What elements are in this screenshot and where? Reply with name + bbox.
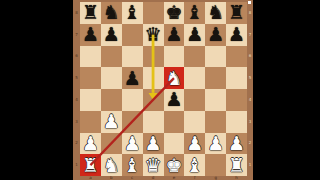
square-g4[interactable] <box>205 89 226 111</box>
square-d6[interactable] <box>143 46 164 68</box>
square-d3[interactable] <box>143 111 164 133</box>
square-h7[interactable]: ♟ <box>226 24 247 46</box>
square-a3[interactable] <box>80 111 101 133</box>
coord-label: 1 <box>247 154 253 176</box>
coord-label: 5 <box>247 67 253 89</box>
square-a8[interactable]: ♜ <box>80 2 101 24</box>
coord-label: 1 <box>73 154 80 176</box>
square-f2[interactable]: ♟ <box>184 133 205 155</box>
square-c6[interactable] <box>122 46 143 68</box>
square-f8[interactable]: ♝ <box>184 2 205 24</box>
square-a2[interactable]: ♟ <box>80 133 101 155</box>
square-d1[interactable]: ♛ <box>143 154 164 176</box>
square-e8[interactable]: ♚ <box>164 2 185 24</box>
coord-label: e <box>164 176 185 180</box>
square-g2[interactable]: ♟ <box>205 133 226 155</box>
square-g7[interactable]: ♟ <box>205 24 226 46</box>
chess-board: ♜♞♝♚♝♞♜♟♟♛♟♟♟♟♟♞♟♟♟♟♟♟♟♟♜♞♝♛♚♝♜ <box>80 2 247 176</box>
file-labels-bottom: abcdefgh <box>80 176 247 180</box>
white-pawn: ♟ <box>82 133 99 152</box>
square-g1[interactable] <box>205 154 226 176</box>
coord-label: 4 <box>247 89 253 111</box>
coord-label: 3 <box>247 111 253 133</box>
square-g3[interactable] <box>205 111 226 133</box>
white-pawn: ♟ <box>186 133 203 152</box>
coord-label: b <box>101 176 122 180</box>
square-c8[interactable]: ♝ <box>122 2 143 24</box>
square-f3[interactable] <box>184 111 205 133</box>
black-pawn: ♟ <box>186 25 203 44</box>
square-e3[interactable] <box>164 111 185 133</box>
coord-label: 7 <box>73 24 80 46</box>
white-rook: ♜ <box>82 155 99 174</box>
black-queen: ♛ <box>145 25 162 44</box>
coord-label: 2 <box>247 133 253 155</box>
square-c4[interactable] <box>122 89 143 111</box>
black-pawn: ♟ <box>207 25 224 44</box>
square-c3[interactable] <box>122 111 143 133</box>
black-pawn: ♟ <box>82 25 99 44</box>
square-f6[interactable] <box>184 46 205 68</box>
white-pawn: ♟ <box>103 112 120 131</box>
video-frame: 87654321 87654321 abcdefgh ♜♞♝♚♝♞♜♟♟♛♟♟♟… <box>0 0 320 180</box>
black-pawn: ♟ <box>103 25 120 44</box>
square-e6[interactable] <box>164 46 185 68</box>
coord-label: 6 <box>73 46 80 68</box>
coord-label: a <box>80 176 101 180</box>
white-pawn: ♟ <box>207 133 224 152</box>
square-b7[interactable]: ♟ <box>101 24 122 46</box>
coord-label: 6 <box>247 46 253 68</box>
square-h4[interactable] <box>226 89 247 111</box>
white-knight: ♞ <box>103 155 120 174</box>
black-rook: ♜ <box>228 3 245 22</box>
white-king: ♚ <box>165 155 182 174</box>
square-c1[interactable]: ♝ <box>122 154 143 176</box>
rank-labels-right: 87654321 <box>247 2 253 176</box>
white-pawn: ♟ <box>145 133 162 152</box>
square-a5[interactable] <box>80 67 101 89</box>
square-f1[interactable]: ♝ <box>184 154 205 176</box>
square-b2[interactable] <box>101 133 122 155</box>
square-a6[interactable] <box>80 46 101 68</box>
coord-label: c <box>122 176 143 180</box>
coord-label: 2 <box>73 133 80 155</box>
square-d5[interactable] <box>143 67 164 89</box>
rank-labels-left: 87654321 <box>73 2 80 176</box>
black-pawn: ♟ <box>228 25 245 44</box>
black-pawn: ♟ <box>165 25 182 44</box>
square-h6[interactable] <box>226 46 247 68</box>
square-b3[interactable]: ♟ <box>101 111 122 133</box>
square-d8[interactable] <box>143 2 164 24</box>
square-c7[interactable] <box>122 24 143 46</box>
square-g6[interactable] <box>205 46 226 68</box>
black-bishop: ♝ <box>186 3 203 22</box>
white-pawn: ♟ <box>228 133 245 152</box>
board-frame: 87654321 87654321 abcdefgh ♜♞♝♚♝♞♜♟♟♛♟♟♟… <box>73 0 253 180</box>
coord-label: 5 <box>73 67 80 89</box>
square-e4[interactable]: ♟ <box>164 89 185 111</box>
white-pawn: ♟ <box>124 133 141 152</box>
black-bishop: ♝ <box>124 3 141 22</box>
square-d4[interactable] <box>143 89 164 111</box>
square-a1[interactable]: ♜ <box>80 154 101 176</box>
black-knight: ♞ <box>103 3 120 22</box>
square-h2[interactable]: ♟ <box>226 133 247 155</box>
white-rook: ♜ <box>228 155 245 174</box>
square-e1[interactable]: ♚ <box>164 154 185 176</box>
square-d7[interactable]: ♛ <box>143 24 164 46</box>
square-g8[interactable]: ♞ <box>205 2 226 24</box>
coord-label: 8 <box>247 2 253 24</box>
square-d2[interactable]: ♟ <box>143 133 164 155</box>
square-c2[interactable]: ♟ <box>122 133 143 155</box>
square-f4[interactable] <box>184 89 205 111</box>
square-b6[interactable] <box>101 46 122 68</box>
square-a7[interactable]: ♟ <box>80 24 101 46</box>
square-h3[interactable] <box>226 111 247 133</box>
black-pawn: ♟ <box>165 90 182 109</box>
coord-label: 4 <box>73 89 80 111</box>
square-b1[interactable]: ♞ <box>101 154 122 176</box>
coord-label: h <box>226 176 247 180</box>
square-b4[interactable] <box>101 89 122 111</box>
square-h8[interactable]: ♜ <box>226 2 247 24</box>
square-f7[interactable]: ♟ <box>184 24 205 46</box>
white-queen: ♛ <box>145 155 162 174</box>
coord-label: 7 <box>247 24 253 46</box>
square-f5[interactable] <box>184 67 205 89</box>
black-pawn: ♟ <box>124 68 141 87</box>
square-a4[interactable] <box>80 89 101 111</box>
square-b5[interactable] <box>101 67 122 89</box>
square-g5[interactable] <box>205 67 226 89</box>
square-h5[interactable] <box>226 67 247 89</box>
square-b8[interactable]: ♞ <box>101 2 122 24</box>
white-bishop: ♝ <box>124 155 141 174</box>
square-e5[interactable]: ♞ <box>164 67 185 89</box>
coord-label: 8 <box>73 2 80 24</box>
white-bishop: ♝ <box>186 155 203 174</box>
square-c5[interactable]: ♟ <box>122 67 143 89</box>
video-artifact-dot <box>248 1 251 4</box>
black-rook: ♜ <box>82 3 99 22</box>
white-knight: ♞ <box>165 68 182 87</box>
square-e2[interactable] <box>164 133 185 155</box>
black-knight: ♞ <box>207 3 224 22</box>
coord-label: d <box>143 176 164 180</box>
black-king: ♚ <box>165 3 182 22</box>
square-e7[interactable]: ♟ <box>164 24 185 46</box>
coord-label: 3 <box>73 111 80 133</box>
coord-label: f <box>184 176 205 180</box>
square-h1[interactable]: ♜ <box>226 154 247 176</box>
coord-label: g <box>205 176 226 180</box>
